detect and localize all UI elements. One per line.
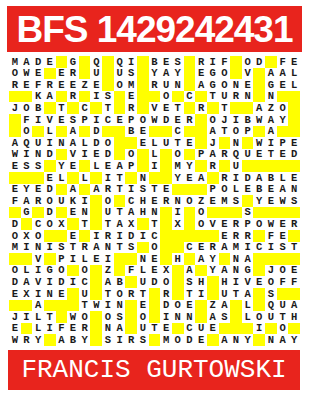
grid-cell-letter: Y [172, 172, 184, 184]
grid-cell-letter: G [242, 265, 254, 277]
grid-cell-letter: S [288, 195, 300, 207]
grid-cell-letter: E [125, 91, 137, 103]
cover-author: FRANCIS GURTOWSKI [21, 357, 286, 383]
grid-cell-letter: E [9, 288, 21, 300]
grid-cell-blank [149, 311, 161, 323]
grid-cell-letter: A [219, 265, 231, 277]
grid-cell-letter: L [79, 172, 91, 184]
grid-cell-letter: L [288, 79, 300, 91]
grid-cell-letter: S [114, 311, 126, 323]
grid-cell-blank [79, 230, 91, 242]
grid-cell-letter: A [67, 126, 79, 138]
grid-cell-letter: I [242, 242, 254, 254]
grid-cell-letter: D [9, 276, 21, 288]
grid-cell-letter: O [79, 265, 91, 277]
grid-cell-letter: H [219, 276, 231, 288]
grid-cell-letter: M [219, 195, 231, 207]
grid-cell-letter: P [195, 149, 207, 161]
grid-cell-letter: C [102, 114, 114, 126]
grid-cell-blank [253, 288, 265, 300]
grid-cell-blank [207, 230, 219, 242]
grid-cell-letter: U [265, 311, 277, 323]
grid-cell-letter: J [9, 102, 21, 114]
grid-cell-blank [114, 149, 126, 161]
grid-cell-letter: R [195, 56, 207, 68]
grid-cell-blank [195, 160, 207, 172]
grid-cell-letter: T [114, 184, 126, 196]
grid-cell-letter: O [277, 323, 289, 335]
grid-cell-letter: E [56, 288, 68, 300]
grid-cell-letter: Y [184, 160, 196, 172]
grid-cell-letter: O [9, 68, 21, 80]
grid-cell-letter: Z [265, 102, 277, 114]
grid-cell-letter: A [253, 172, 265, 184]
grid-cell-letter: H [137, 207, 149, 219]
grid-cell-blank [137, 79, 149, 91]
grid-cell-blank [44, 160, 56, 172]
grid-cell-letter: O [160, 91, 172, 103]
grid-cell-letter: O [277, 102, 289, 114]
grid-cell-blank [9, 91, 21, 103]
grid-cell-letter: O [219, 68, 231, 80]
grid-cell-letter: E [219, 218, 231, 230]
grid-cell-letter: N [137, 172, 149, 184]
grid-cell-blank [265, 160, 277, 172]
grid-cell-letter: A [67, 137, 79, 149]
grid-cell-letter: U [114, 68, 126, 80]
grid-cell-letter: E [242, 79, 254, 91]
grid-cell-letter: A [195, 79, 207, 91]
grid-cell-blank [125, 276, 137, 288]
grid-cell-blank [114, 91, 126, 103]
grid-cell-blank [253, 126, 265, 138]
grid-cell-blank [137, 218, 149, 230]
grid-cell-letter: D [184, 334, 196, 346]
grid-cell-letter: O [102, 195, 114, 207]
grid-cell-letter: P [125, 160, 137, 172]
grid-cell-blank [288, 114, 300, 126]
grid-cell-letter: K [67, 195, 79, 207]
grid-cell-blank [195, 184, 207, 196]
grid-cell-letter: W [149, 114, 161, 126]
grid-cell-letter: T [288, 242, 300, 254]
grid-cell-letter: W [21, 68, 33, 80]
grid-cell-letter: E [219, 230, 231, 242]
grid-cell-blank [219, 323, 231, 335]
grid-cell-letter: Y [172, 68, 184, 80]
grid-cell-letter: P [125, 114, 137, 126]
grid-cell-letter: U [32, 137, 44, 149]
grid-cell-letter: A [195, 172, 207, 184]
grid-cell-letter: I [90, 230, 102, 242]
grid-cell-letter: S [230, 195, 242, 207]
grid-cell-letter: R [219, 149, 231, 161]
grid-cell-letter: H [137, 195, 149, 207]
grid-cell-letter: L [277, 172, 289, 184]
grid-cell-letter: O [195, 207, 207, 219]
grid-cell-letter: I [102, 172, 114, 184]
grid-cell-letter: R [160, 288, 172, 300]
grid-cell-letter: L [79, 253, 91, 265]
grid-cell-letter: A [32, 300, 44, 312]
grid-cell-letter: D [90, 137, 102, 149]
grid-cell-blank [184, 68, 196, 80]
grid-cell-blank [195, 230, 207, 242]
grid-cell-letter: Y [32, 334, 44, 346]
grid-cell-blank [90, 218, 102, 230]
grid-cell-letter: Y [207, 253, 219, 265]
grid-cell-blank [230, 102, 242, 114]
grid-cell-letter: E [277, 79, 289, 91]
grid-cell-letter: R [230, 218, 242, 230]
grid-cell-letter: N [149, 207, 161, 219]
grid-cell-blank [184, 230, 196, 242]
grid-cell-letter: I [195, 288, 207, 300]
grid-cell-letter: T [207, 91, 219, 103]
grid-cell-letter: J [9, 311, 21, 323]
grid-cell-blank [56, 56, 68, 68]
grid-cell-letter: A [207, 311, 219, 323]
grid-cell-blank [265, 323, 277, 335]
grid-cell-letter: L [32, 311, 44, 323]
grid-cell-blank [253, 68, 265, 80]
grid-cell-letter: J [207, 137, 219, 149]
grid-cell-letter: X [56, 218, 68, 230]
grid-cell-blank [277, 207, 289, 219]
grid-cell-letter: U [160, 137, 172, 149]
grid-cell-blank [67, 102, 79, 114]
grid-cell-letter: E [288, 265, 300, 277]
grid-cell-letter: L [44, 126, 56, 138]
grid-cell-letter: O [44, 195, 56, 207]
grid-cell-letter: W [9, 149, 21, 161]
grid-cell-blank [114, 253, 126, 265]
grid-cell-letter: T [102, 218, 114, 230]
grid-cell-letter: Q [114, 56, 126, 68]
grid-cell-blank [79, 184, 91, 196]
grid-cell-letter: R [79, 242, 91, 254]
grid-cell-letter: E [160, 102, 172, 114]
grid-cell-letter: O [32, 230, 44, 242]
grid-cell-letter: I [230, 276, 242, 288]
grid-cell-letter: I [230, 172, 242, 184]
grid-cell-letter: W [90, 300, 102, 312]
grid-cell-blank [79, 91, 91, 103]
grid-cell-letter: C [79, 276, 91, 288]
grid-cell-blank [160, 253, 172, 265]
grid-cell-blank [195, 265, 207, 277]
grid-cell-blank [160, 149, 172, 161]
grid-cell-letter: A [90, 242, 102, 254]
grid-cell-letter: W [67, 311, 79, 323]
grid-cell-blank [44, 300, 56, 312]
grid-cell-letter: Y [79, 334, 91, 346]
grid-cell-letter: P [207, 184, 219, 196]
grid-cell-letter: O [253, 311, 265, 323]
grid-cell-letter: E [32, 184, 44, 196]
grid-cell-letter: Z [195, 195, 207, 207]
grid-cell-letter: T [114, 242, 126, 254]
grid-cell-blank [160, 160, 172, 172]
grid-cell-letter: E [242, 184, 254, 196]
grid-cell-letter: I [207, 56, 219, 68]
grid-cell-letter: A [277, 68, 289, 80]
grid-cell-letter: I [230, 114, 242, 126]
grid-cell-letter: R [242, 230, 254, 242]
grid-cell-letter: E [253, 149, 265, 161]
grid-cell-letter: N [114, 300, 126, 312]
grid-cell-letter: R [219, 172, 231, 184]
grid-cell-blank [277, 91, 289, 103]
grid-cell-letter: E [137, 126, 149, 138]
grid-cell-letter: I [44, 276, 56, 288]
grid-cell-letter: I [125, 56, 137, 68]
grid-cell-blank [172, 276, 184, 288]
grid-cell-letter: C [32, 218, 44, 230]
grid-cell-letter: E [56, 68, 68, 80]
grid-cell-letter: C [184, 242, 196, 254]
grid-cell-letter: O [219, 79, 231, 91]
grid-cell-letter: E [160, 184, 172, 196]
grid-cell-blank [137, 68, 149, 80]
grid-cell-letter: M [172, 160, 184, 172]
grid-cell-letter: S [265, 288, 277, 300]
grid-cell-letter: V [207, 218, 219, 230]
grid-cell-letter: E [195, 334, 207, 346]
grid-cell-blank [253, 265, 265, 277]
grid-cell-letter: A [253, 102, 265, 114]
grid-cell-blank [253, 207, 265, 219]
grid-cell-blank [149, 334, 161, 346]
author-banner: FRANCIS GURTOWSKI [8, 350, 300, 390]
grid-cell-letter: K [32, 91, 44, 103]
grid-cell-letter: T [114, 172, 126, 184]
grid-cell-letter: M [230, 242, 242, 254]
grid-cell-blank [242, 323, 254, 335]
grid-cell-blank [137, 242, 149, 254]
grid-cell-blank [253, 300, 265, 312]
grid-cell-letter: N [102, 323, 114, 335]
grid-cell-blank [160, 172, 172, 184]
grid-cell-blank [67, 218, 79, 230]
grid-cell-letter: A [160, 68, 172, 80]
grid-cell-letter: R [125, 334, 137, 346]
grid-cell-letter: N [32, 149, 44, 161]
grid-cell-blank [102, 68, 114, 80]
grid-cell-letter: C [184, 323, 196, 335]
grid-cell-letter: E [277, 230, 289, 242]
grid-cell-letter: O [114, 288, 126, 300]
grid-cell-letter: E [184, 172, 196, 184]
grid-cell-letter: A [242, 288, 254, 300]
grid-cell-letter: X [21, 230, 33, 242]
grid-cell-letter: T [172, 137, 184, 149]
grid-cell-letter: A [44, 91, 56, 103]
grid-cell-letter: T [79, 300, 91, 312]
grid-cell-letter: I [114, 230, 126, 242]
grid-cell-letter: Z [79, 79, 91, 91]
grid-cell-letter: Y [21, 184, 33, 196]
grid-cell-blank [9, 207, 21, 219]
grid-cell-blank [242, 195, 254, 207]
grid-cell-letter: N [56, 137, 68, 149]
grid-cell-letter: A [277, 184, 289, 196]
grid-cell-letter: E [288, 137, 300, 149]
grid-cell-letter: E [67, 207, 79, 219]
grid-cell-blank [219, 160, 231, 172]
grid-cell-letter: T [137, 288, 149, 300]
grid-cell-letter: D [9, 218, 21, 230]
grid-cell-blank [277, 160, 289, 172]
grid-cell-blank [125, 137, 137, 149]
grid-cell-letter: J [265, 265, 277, 277]
grid-cell-letter: R [230, 91, 242, 103]
grid-cell-blank [149, 288, 161, 300]
grid-cell-letter: D [56, 276, 68, 288]
grid-cell-letter: U [102, 207, 114, 219]
grid-cell-letter: F [9, 195, 21, 207]
grid-cell-letter: I [44, 137, 56, 149]
grid-cell-letter: R [102, 184, 114, 196]
grid-cell-letter: E [207, 195, 219, 207]
grid-cell-letter: B [242, 114, 254, 126]
grid-cell-letter: T [67, 242, 79, 254]
grid-cell-letter: U [219, 288, 231, 300]
grid-cell-letter: O [265, 276, 277, 288]
grid-cell-letter: B [67, 334, 79, 346]
grid-cell-letter: L [32, 323, 44, 335]
grid-cell-letter: Q [21, 137, 33, 149]
grid-cell-blank [184, 149, 196, 161]
grid-cell-letter: N [265, 91, 277, 103]
grid-cell-letter: T [79, 218, 91, 230]
grid-cell-letter: U [56, 195, 68, 207]
grid-cell-letter: E [184, 137, 196, 149]
grid-cell-letter: C [253, 242, 265, 254]
grid-cell-letter: I [32, 288, 44, 300]
grid-cell-blank [102, 126, 114, 138]
grid-cell-blank [230, 68, 242, 80]
grid-cell-letter: Z [207, 300, 219, 312]
grid-cell-blank [137, 160, 149, 172]
grid-cell-blank [125, 323, 137, 335]
grid-cell-blank [21, 323, 33, 335]
grid-cell-letter: E [137, 137, 149, 149]
grid-cell-letter: R [288, 218, 300, 230]
grid-cell-blank [67, 265, 79, 277]
grid-cell-blank [219, 137, 231, 149]
grid-cell-blank [9, 172, 21, 184]
grid-cell-letter: N [230, 79, 242, 91]
grid-cell-letter: V [67, 149, 79, 161]
grid-cell-letter: J [219, 114, 231, 126]
grid-cell-letter: G [265, 79, 277, 91]
grid-cell-letter: Q [265, 300, 277, 312]
grid-cell-letter: E [90, 79, 102, 91]
grid-cell-letter: I [44, 242, 56, 254]
grid-cell-blank [207, 207, 219, 219]
grid-cell-blank [137, 56, 149, 68]
grid-cell-letter: S [56, 242, 68, 254]
grid-cell-blank [32, 172, 44, 184]
grid-cell-letter: A [114, 218, 126, 230]
grid-cell-letter: O [137, 311, 149, 323]
grid-cell-blank [67, 288, 79, 300]
grid-cell-letter: C [149, 230, 161, 242]
grid-cell-blank [67, 172, 79, 184]
grid-cell-letter: A [219, 242, 231, 254]
grid-cell-blank [90, 323, 102, 335]
grid-cell-blank [172, 242, 184, 254]
grid-cell-letter: I [21, 311, 33, 323]
grid-cell-blank [207, 276, 219, 288]
grid-cell-letter: A [90, 184, 102, 196]
grid-cell-letter: O [9, 230, 21, 242]
grid-cell-letter: D [149, 276, 161, 288]
grid-cell-blank [56, 91, 68, 103]
grid-cell-letter: O [102, 311, 114, 323]
grid-cell-letter: A [114, 323, 126, 335]
grid-cell-blank [195, 114, 207, 126]
grid-cell-letter: V [149, 102, 161, 114]
grid-cell-blank [90, 265, 102, 277]
grid-cell-letter: F [21, 114, 33, 126]
grid-cell-letter: V [32, 276, 44, 288]
grid-cell-letter: E [207, 323, 219, 335]
grid-cell-letter: W [9, 334, 21, 346]
grid-cell-letter: G [44, 265, 56, 277]
grid-cell-letter: N [288, 184, 300, 196]
grid-cell-letter: F [288, 276, 300, 288]
grid-cell-blank [44, 334, 56, 346]
grid-cell-blank [56, 126, 68, 138]
grid-cell-blank [219, 253, 231, 265]
grid-cell-blank [56, 184, 68, 196]
grid-cell-blank [44, 102, 56, 114]
grid-cell-blank [9, 114, 21, 126]
grid-cell-letter: X [172, 218, 184, 230]
grid-cell-blank [288, 253, 300, 265]
grid-cell-blank [90, 207, 102, 219]
grid-cell-letter: O [172, 334, 184, 346]
grid-cell-blank [253, 253, 265, 265]
grid-cell-letter: T [265, 149, 277, 161]
grid-cell-blank [288, 126, 300, 138]
grid-cell-blank [21, 253, 33, 265]
grid-cell-blank [242, 160, 254, 172]
grid-cell-letter: I [32, 114, 44, 126]
grid-cell-blank [90, 334, 102, 346]
grid-cell-letter: O [149, 242, 161, 254]
grid-cell-letter: W [265, 218, 277, 230]
grid-cell-letter: I [265, 242, 277, 254]
grid-cell-letter: U [79, 288, 91, 300]
grid-cell-letter: A [288, 300, 300, 312]
grid-cell-letter: D [242, 172, 254, 184]
grid-cell-letter: R [207, 160, 219, 172]
grid-cell-blank [184, 218, 196, 230]
grid-cell-letter: O [79, 311, 91, 323]
grid-cell-blank [149, 126, 161, 138]
grid-cell-blank [230, 323, 242, 335]
grid-cell-letter: H [195, 276, 207, 288]
grid-cell-letter: S [137, 184, 149, 196]
grid-cell-letter: B [265, 172, 277, 184]
grid-cell-letter: F [277, 56, 289, 68]
grid-cell-letter: O [102, 137, 114, 149]
grid-cell-letter: R [67, 91, 79, 103]
grid-cell-letter: N [184, 311, 196, 323]
